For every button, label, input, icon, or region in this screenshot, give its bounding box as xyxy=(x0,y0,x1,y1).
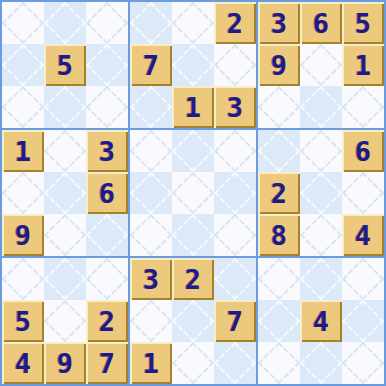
cell-r2c9: 1 xyxy=(342,44,384,86)
diamond-icon xyxy=(44,214,86,256)
cell-r4c6[interactable] xyxy=(214,128,256,172)
cell-r2c3[interactable] xyxy=(86,44,128,86)
cell-r9c1: 4 xyxy=(2,342,44,384)
diamond-icon xyxy=(300,342,342,384)
diamond-icon xyxy=(2,258,44,300)
cell-r6c2[interactable] xyxy=(44,214,86,256)
cell-r8c8: 4 xyxy=(300,300,342,342)
given-digit: 3 xyxy=(271,10,287,37)
diamond-icon xyxy=(86,258,128,300)
given-digit: 3 xyxy=(99,138,115,165)
cell-r6c6[interactable] xyxy=(214,214,256,256)
cell-r5c7: 2 xyxy=(256,172,300,214)
cell-r4c9: 6 xyxy=(342,128,384,172)
diamond-icon xyxy=(44,258,86,300)
cell-r6c1: 9 xyxy=(2,214,44,256)
diamond-icon xyxy=(300,86,342,128)
cell-r2c6[interactable] xyxy=(214,44,256,86)
diamond-icon xyxy=(86,44,128,86)
cell-r8c4[interactable] xyxy=(128,300,172,342)
cell-r9c3: 7 xyxy=(86,342,128,384)
given-digit: 7 xyxy=(99,350,115,377)
cell-r3c2[interactable] xyxy=(44,86,86,128)
diamond-icon xyxy=(342,342,384,384)
cell-r3c6: 3 xyxy=(214,86,256,128)
cell-r7c6[interactable] xyxy=(214,256,256,300)
cell-r1c4[interactable] xyxy=(128,2,172,44)
given-digit: 9 xyxy=(271,52,287,79)
given-digit: 6 xyxy=(355,138,371,165)
given-digit: 2 xyxy=(99,308,115,335)
diamond-icon xyxy=(2,44,44,86)
cell-r4c3: 3 xyxy=(86,128,128,172)
cell-r9c7[interactable] xyxy=(256,342,300,384)
cell-r4c8[interactable] xyxy=(300,128,342,172)
cell-r7c8[interactable] xyxy=(300,256,342,300)
cell-r3c4[interactable] xyxy=(128,86,172,128)
given-digit: 7 xyxy=(143,52,159,79)
cell-r2c4: 7 xyxy=(128,44,172,86)
cell-r5c5[interactable] xyxy=(172,172,214,214)
diamond-icon xyxy=(44,86,86,128)
cell-r6c5[interactable] xyxy=(172,214,214,256)
cell-r3c9[interactable] xyxy=(342,86,384,128)
cell-r3c3[interactable] xyxy=(86,86,128,128)
diamond-icon xyxy=(342,86,384,128)
diamond-icon xyxy=(258,300,300,342)
cell-r2c7: 9 xyxy=(256,44,300,86)
diamond-icon xyxy=(86,214,128,256)
diamond-icon xyxy=(44,300,86,342)
diamond-icon xyxy=(214,258,256,300)
cell-r5c6[interactable] xyxy=(214,172,256,214)
given-digit: 4 xyxy=(313,308,329,335)
given-digit: 6 xyxy=(313,10,329,37)
cell-r1c3[interactable] xyxy=(86,2,128,44)
diamond-icon xyxy=(258,130,300,172)
cell-r9c6[interactable] xyxy=(214,342,256,384)
diamond-icon xyxy=(258,258,300,300)
given-digit: 9 xyxy=(57,350,73,377)
cell-r1c9: 5 xyxy=(342,2,384,44)
given-digit: 1 xyxy=(15,138,31,165)
cell-r5c2[interactable] xyxy=(44,172,86,214)
cell-r1c2[interactable] xyxy=(44,2,86,44)
cell-r2c1[interactable] xyxy=(2,44,44,86)
cell-r5c9[interactable] xyxy=(342,172,384,214)
cell-r4c1: 1 xyxy=(2,128,44,172)
cell-r9c9[interactable] xyxy=(342,342,384,384)
cell-r1c6: 2 xyxy=(214,2,256,44)
given-digit: 7 xyxy=(227,308,243,335)
cell-r2c2: 5 xyxy=(44,44,86,86)
given-digit: 9 xyxy=(15,222,31,249)
cell-r7c2[interactable] xyxy=(44,256,86,300)
cell-r7c7[interactable] xyxy=(256,256,300,300)
cell-r8c7[interactable] xyxy=(256,300,300,342)
diamond-icon xyxy=(130,2,172,44)
diamond-icon xyxy=(258,86,300,128)
given-digit: 3 xyxy=(227,94,243,121)
diamond-icon xyxy=(300,214,342,256)
given-digit: 8 xyxy=(271,222,287,249)
given-digit: 2 xyxy=(185,266,201,293)
cell-r1c5[interactable] xyxy=(172,2,214,44)
diamond-icon xyxy=(172,342,214,384)
diamond-icon xyxy=(172,44,214,86)
cell-r4c2[interactable] xyxy=(44,128,86,172)
cell-r6c8[interactable] xyxy=(300,214,342,256)
cell-r6c9: 4 xyxy=(342,214,384,256)
given-digit: 6 xyxy=(99,180,115,207)
given-digit: 3 xyxy=(143,266,159,293)
cell-r3c5: 1 xyxy=(172,86,214,128)
cell-r2c8[interactable] xyxy=(300,44,342,86)
diamond-icon xyxy=(172,130,214,172)
cell-r8c2[interactable] xyxy=(44,300,86,342)
diamond-icon xyxy=(300,258,342,300)
given-digit: 1 xyxy=(185,94,201,121)
given-digit: 2 xyxy=(227,10,243,37)
diamond-icon xyxy=(172,214,214,256)
cell-r9c8[interactable] xyxy=(300,342,342,384)
diamond-icon xyxy=(44,172,86,214)
diamond-icon xyxy=(130,172,172,214)
cell-r1c7: 3 xyxy=(256,2,300,44)
cell-r5c1[interactable] xyxy=(2,172,44,214)
diamond-icon xyxy=(44,130,86,172)
given-digit: 5 xyxy=(355,10,371,37)
cell-r9c2: 9 xyxy=(44,342,86,384)
cell-r8c1: 5 xyxy=(2,300,44,342)
cell-r8c9[interactable] xyxy=(342,300,384,342)
diamond-icon xyxy=(44,2,86,44)
cell-r3c8[interactable] xyxy=(300,86,342,128)
diamond-icon xyxy=(300,130,342,172)
diamond-icon xyxy=(172,2,214,44)
cell-r6c7: 8 xyxy=(256,214,300,256)
diamond-icon xyxy=(342,258,384,300)
given-digit: 5 xyxy=(57,52,73,79)
diamond-icon xyxy=(130,130,172,172)
diamond-icon xyxy=(2,172,44,214)
given-digit: 4 xyxy=(15,350,31,377)
cell-r4c4[interactable] xyxy=(128,128,172,172)
diamond-icon xyxy=(214,342,256,384)
cell-r8c6: 7 xyxy=(214,300,256,342)
cell-r7c4: 3 xyxy=(128,256,172,300)
cell-r5c3: 6 xyxy=(86,172,128,214)
diamond-icon xyxy=(342,300,384,342)
diamond-icon xyxy=(130,300,172,342)
cell-r7c9[interactable] xyxy=(342,256,384,300)
diamond-icon xyxy=(2,86,44,128)
cell-r4c5[interactable] xyxy=(172,128,214,172)
cell-r3c7[interactable] xyxy=(256,86,300,128)
cell-r6c3[interactable] xyxy=(86,214,128,256)
diamond-icon xyxy=(130,214,172,256)
given-digit: 1 xyxy=(355,52,371,79)
diamond-icon xyxy=(300,44,342,86)
cell-r4c7[interactable] xyxy=(256,128,300,172)
diamond-icon xyxy=(214,214,256,256)
cell-r7c5: 2 xyxy=(172,256,214,300)
cell-r2c5[interactable] xyxy=(172,44,214,86)
diamond-icon xyxy=(86,86,128,128)
cell-r8c3: 2 xyxy=(86,300,128,342)
given-digit: 1 xyxy=(143,350,159,377)
diamond-icon xyxy=(2,2,44,44)
given-digit: 2 xyxy=(271,180,287,207)
cell-r5c8[interactable] xyxy=(300,172,342,214)
cell-r7c1[interactable] xyxy=(2,256,44,300)
diamond-icon xyxy=(214,130,256,172)
cell-r3c1[interactable] xyxy=(2,86,44,128)
cell-r1c1[interactable] xyxy=(2,2,44,44)
given-digit: 5 xyxy=(15,308,31,335)
cell-r6c4[interactable] xyxy=(128,214,172,256)
diamond-icon xyxy=(300,172,342,214)
cell-r1c8: 6 xyxy=(300,2,342,44)
diamond-icon xyxy=(342,172,384,214)
diamond-icon xyxy=(172,300,214,342)
diamond-icon xyxy=(172,172,214,214)
cell-r8c5[interactable] xyxy=(172,300,214,342)
cell-r9c5[interactable] xyxy=(172,342,214,384)
sudoku-board: 2365579113136629843252744971 xyxy=(0,0,386,386)
diamond-icon xyxy=(214,172,256,214)
cell-r7c3[interactable] xyxy=(86,256,128,300)
diamond-icon xyxy=(258,342,300,384)
diamond-icon xyxy=(214,44,256,86)
diamond-icon xyxy=(130,86,172,128)
cell-r5c4[interactable] xyxy=(128,172,172,214)
diamond-icon xyxy=(86,2,128,44)
cell-r9c4: 1 xyxy=(128,342,172,384)
given-digit: 4 xyxy=(355,222,371,249)
